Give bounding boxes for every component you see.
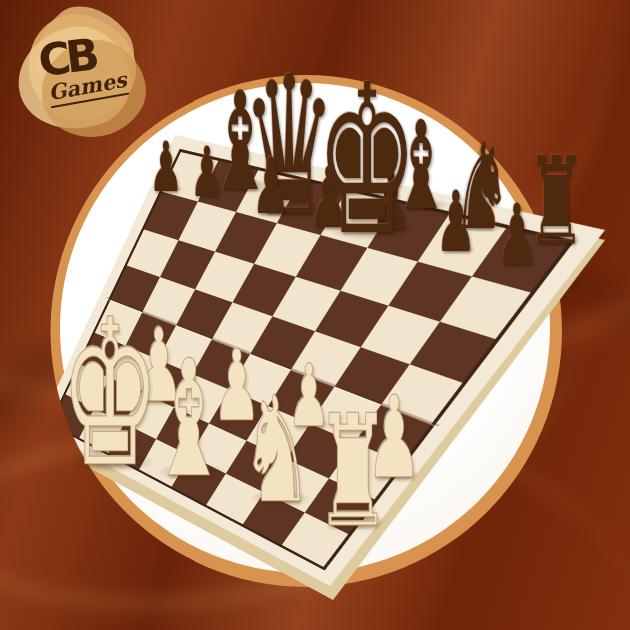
logo-text: CB Games: [36, 31, 128, 106]
brand-logo: CB Games: [16, 2, 166, 162]
product-photo-scene: ♟♟♝♛♟♚♟♟♝♟♞♟♜♚♟♝♟♞♟♜♟ CB Games: [0, 0, 630, 630]
